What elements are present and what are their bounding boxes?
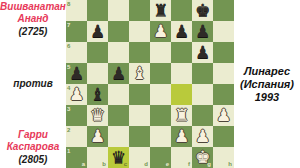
file-label-e: e [166, 161, 169, 167]
square-a4[interactable]: 4♟ [66, 84, 87, 105]
piece-black-pawn: ♟ [66, 63, 87, 84]
square-f5[interactable] [171, 63, 192, 84]
piece-white-pawn: ♟ [87, 126, 108, 147]
file-label-a: a [82, 161, 85, 167]
piece-black-pawn: ♟ [192, 42, 213, 63]
square-e6[interactable] [150, 42, 171, 63]
square-d4[interactable] [129, 84, 150, 105]
versus-label: против [13, 78, 52, 89]
file-label-d: d [144, 161, 148, 167]
top-player-name-line1: Вишванатан [0, 1, 66, 13]
event-panel: Линарес (Испания) 1993 [234, 0, 300, 168]
square-a5[interactable]: 5♟ [66, 63, 87, 84]
square-f4[interactable] [171, 84, 192, 105]
square-d7[interactable] [129, 21, 150, 42]
piece-white-pawn: ♟ [192, 126, 213, 147]
square-c4[interactable] [108, 84, 129, 105]
square-c1[interactable]: c♛ [108, 147, 129, 168]
square-h2[interactable] [213, 126, 234, 147]
piece-black-bishop: ♝ [87, 84, 108, 105]
piece-black-queen: ♛ [108, 147, 129, 168]
chess-board: 8♜♚7♟♟♟♟6♟5♟♟♝4♟♝3♛♜♟2♟♟♟1abc♛defg♚h [66, 0, 234, 168]
rank-label-7: 7 [67, 22, 70, 28]
square-g4[interactable] [192, 84, 213, 105]
event-name: Линарес [244, 65, 290, 78]
square-a7[interactable]: 7 [66, 21, 87, 42]
piece-black-pawn: ♟ [192, 21, 213, 42]
thumbnail-root: Вишванатан Ананд (2725) против Гарри Кас… [0, 0, 300, 168]
square-b2[interactable]: ♟ [87, 126, 108, 147]
file-label-b: b [102, 161, 106, 167]
square-e5[interactable] [150, 63, 171, 84]
square-g7[interactable]: ♟ [192, 21, 213, 42]
piece-white-bishop: ♝ [129, 63, 150, 84]
square-d8[interactable] [129, 0, 150, 21]
piece-black-pawn: ♟ [108, 63, 129, 84]
piece-white-king: ♚ [192, 147, 213, 168]
square-b5[interactable] [87, 63, 108, 84]
bottom-player-rating: (2805) [7, 154, 60, 166]
square-c3[interactable] [108, 105, 129, 126]
rank-label-6: 6 [67, 43, 70, 49]
piece-white-pawn: ♟ [213, 105, 234, 126]
square-b8[interactable] [87, 0, 108, 21]
square-f8[interactable] [171, 0, 192, 21]
square-e2[interactable] [150, 126, 171, 147]
square-f3[interactable]: ♜ [171, 105, 192, 126]
square-e4[interactable] [150, 84, 171, 105]
piece-black-pawn: ♟ [87, 21, 108, 42]
square-f2[interactable]: ♟ [171, 126, 192, 147]
square-d3[interactable] [129, 105, 150, 126]
event-location: (Испания) [240, 78, 294, 91]
square-g3[interactable] [192, 105, 213, 126]
square-h1[interactable]: h [213, 147, 234, 168]
top-player-block: Вишванатан Ананд (2725) [0, 1, 66, 38]
square-e1[interactable]: e [150, 147, 171, 168]
square-g6[interactable]: ♟ [192, 42, 213, 63]
players-panel: Вишванатан Ананд (2725) против Гарри Кас… [0, 0, 66, 168]
square-e7[interactable]: ♟ [150, 21, 171, 42]
bottom-player-name-line2: Каспарова [7, 141, 60, 153]
piece-black-king: ♚ [192, 0, 213, 21]
square-a6[interactable]: 6 [66, 42, 87, 63]
piece-black-pawn: ♟ [171, 21, 192, 42]
square-a8[interactable]: 8 [66, 0, 87, 21]
bottom-player-block: Гарри Каспарова (2805) [7, 129, 60, 166]
piece-white-rook: ♜ [171, 105, 192, 126]
square-a1[interactable]: 1a [66, 147, 87, 168]
rank-label-8: 8 [67, 1, 70, 7]
piece-white-queen: ♛ [87, 105, 108, 126]
square-d5[interactable]: ♝ [129, 63, 150, 84]
square-c5[interactable]: ♟ [108, 63, 129, 84]
square-b4[interactable]: ♝ [87, 84, 108, 105]
square-b3[interactable]: ♛ [87, 105, 108, 126]
top-player-rating: (2725) [0, 26, 66, 38]
square-h3[interactable]: ♟ [213, 105, 234, 126]
piece-black-rook: ♜ [150, 0, 171, 21]
square-h6[interactable] [213, 42, 234, 63]
bottom-player-name-line1: Гарри [7, 129, 60, 141]
top-player-name-line2: Ананд [0, 13, 66, 25]
rank-label-1: 1 [67, 148, 70, 154]
square-b6[interactable] [87, 42, 108, 63]
square-d2[interactable] [129, 126, 150, 147]
piece-white-pawn: ♟ [150, 21, 171, 42]
rank-label-3: 3 [67, 106, 70, 112]
square-e8[interactable]: ♜ [150, 0, 171, 21]
square-f1[interactable]: f [171, 147, 192, 168]
square-d6[interactable] [129, 42, 150, 63]
square-a2[interactable]: 2 [66, 126, 87, 147]
square-c2[interactable] [108, 126, 129, 147]
square-h8[interactable] [213, 0, 234, 21]
square-c8[interactable] [108, 0, 129, 21]
square-g1[interactable]: g♚ [192, 147, 213, 168]
file-label-f: f [188, 161, 190, 167]
event-year: 1993 [255, 91, 279, 104]
square-b7[interactable]: ♟ [87, 21, 108, 42]
square-h4[interactable] [213, 84, 234, 105]
rank-label-2: 2 [67, 127, 70, 133]
square-f6[interactable] [171, 42, 192, 63]
square-c6[interactable] [108, 42, 129, 63]
square-a3[interactable]: 3 [66, 105, 87, 126]
square-g8[interactable]: ♚ [192, 0, 213, 21]
square-d1[interactable]: d [129, 147, 150, 168]
file-label-h: h [228, 161, 232, 167]
piece-white-pawn: ♟ [171, 126, 192, 147]
piece-white-pawn: ♟ [66, 84, 87, 105]
square-g5[interactable] [192, 63, 213, 84]
square-h5[interactable] [213, 63, 234, 84]
square-h7[interactable] [213, 21, 234, 42]
square-e3[interactable] [150, 105, 171, 126]
square-b1[interactable]: b [87, 147, 108, 168]
square-f7[interactable]: ♟ [171, 21, 192, 42]
square-c7[interactable] [108, 21, 129, 42]
square-g2[interactable]: ♟ [192, 126, 213, 147]
